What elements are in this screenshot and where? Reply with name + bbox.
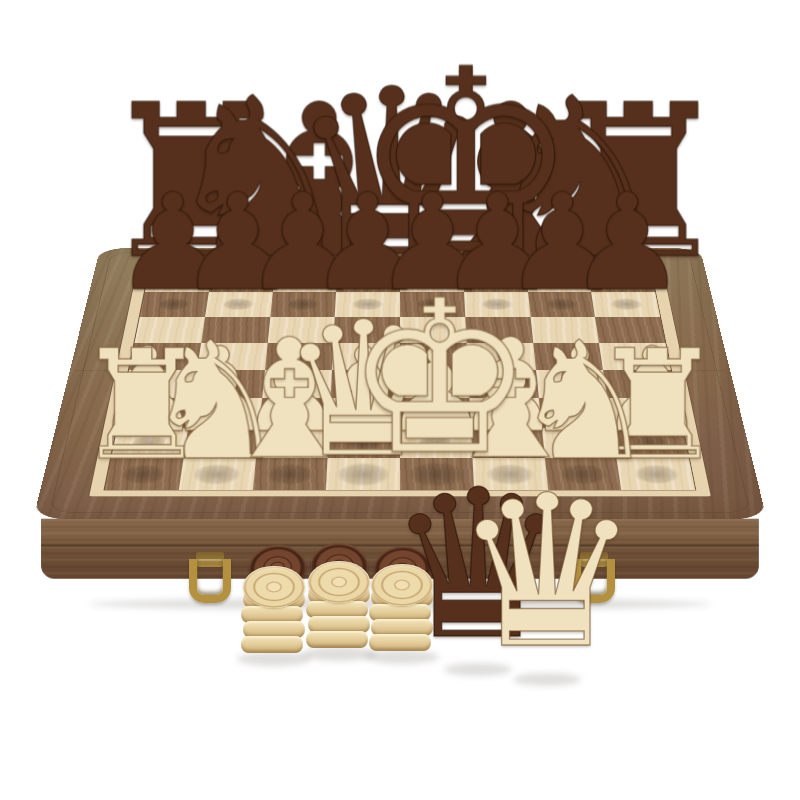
tabletop-accessories: ♛♛: [0, 0, 800, 800]
checker-light-top: [243, 566, 305, 608]
checker-stack-light[interactable]: [243, 566, 305, 678]
checker-light-top: [308, 561, 370, 603]
spare-light-queen[interactable]: ♛: [453, 468, 641, 678]
brass-latch: [186, 552, 234, 606]
latch-loop: [189, 559, 231, 603]
checker-light: [306, 631, 368, 648]
checker-light: [241, 636, 303, 653]
checker-light-top: [371, 564, 433, 606]
checker-stack-light[interactable]: [308, 561, 370, 673]
